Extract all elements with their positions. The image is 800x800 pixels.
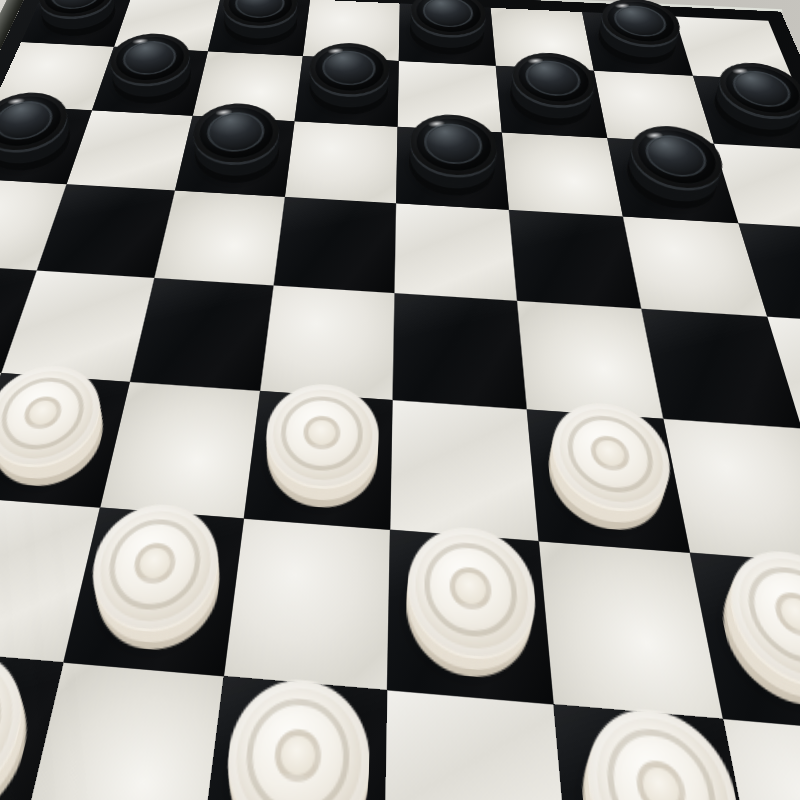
black-checker[interactable] (620, 146, 723, 213)
square-r6c5 (539, 541, 723, 719)
square-r3c2 (154, 190, 285, 285)
white-checker[interactable] (221, 697, 369, 800)
black-checker[interactable] (219, 1, 299, 49)
black-checker[interactable] (593, 18, 680, 68)
square-r2c2[interactable] (175, 116, 294, 197)
square-r4c5 (517, 301, 663, 419)
square-r0c6[interactable] (582, 12, 693, 76)
square-r3c4 (394, 203, 517, 301)
black-checker[interactable] (34, 0, 122, 40)
square-r1c3[interactable] (295, 56, 399, 127)
square-r4c3 (260, 285, 394, 400)
square-r6c4[interactable] (387, 530, 553, 705)
board-perspective-container (0, 0, 800, 800)
white-checker[interactable] (543, 423, 671, 536)
black-checker[interactable] (409, 10, 485, 59)
black-checker[interactable] (706, 83, 800, 141)
square-r7c4 (383, 690, 572, 800)
square-r5c4 (390, 400, 539, 541)
black-checker[interactable] (189, 124, 283, 188)
board-tilt (0, 0, 800, 800)
square-r2c3 (285, 121, 398, 203)
white-checker[interactable] (710, 570, 800, 712)
square-r3c3[interactable] (274, 197, 397, 293)
board-frame (0, 0, 800, 800)
white-checker[interactable] (0, 386, 113, 492)
black-checker[interactable] (0, 113, 79, 175)
square-r1c1[interactable] (92, 47, 208, 116)
white-checker[interactable] (261, 404, 378, 513)
square-r5c2 (100, 382, 260, 519)
white-checker[interactable] (573, 726, 739, 800)
black-checker[interactable] (105, 54, 196, 108)
black-checker[interactable] (408, 135, 496, 200)
square-r0c4[interactable] (399, 4, 496, 66)
black-checker[interactable] (507, 73, 595, 130)
white-checker[interactable] (85, 524, 227, 656)
photo-scene (0, 0, 800, 800)
square-r2c5 (502, 132, 623, 216)
square-r0c2[interactable] (208, 0, 310, 56)
black-checker[interactable] (306, 63, 388, 119)
square-r2c4[interactable] (396, 127, 509, 210)
square-r3c5[interactable] (509, 210, 641, 309)
square-r1c5[interactable] (496, 66, 608, 138)
white-checker[interactable] (405, 546, 534, 683)
square-r4c2[interactable] (130, 278, 274, 391)
square-r5c3[interactable] (244, 391, 393, 530)
square-r4c4[interactable] (392, 293, 526, 409)
